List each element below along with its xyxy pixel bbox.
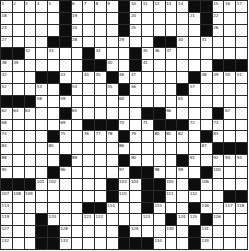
cell-16-18[interactable] [213, 191, 225, 203]
cell-2-4[interactable] [48, 25, 60, 37]
cell-7-17[interactable] [201, 84, 213, 96]
cell-1-18[interactable]: 22 [213, 13, 225, 25]
cell-2-15[interactable] [177, 25, 189, 37]
cell-16-3[interactable] [36, 191, 48, 203]
cell-10-16[interactable]: 72 [189, 120, 201, 132]
cell-13-17[interactable] [201, 155, 213, 167]
cell-1-3[interactable] [36, 13, 48, 25]
cell-11-3[interactable] [36, 131, 48, 143]
cell-9-14[interactable]: 66 [166, 108, 178, 120]
cell-12-8[interactable] [95, 143, 107, 155]
cell-11-19[interactable] [224, 131, 236, 143]
cell-1-19[interactable] [224, 13, 236, 25]
cell-9-4[interactable] [48, 108, 60, 120]
cell-2-14[interactable] [166, 25, 178, 37]
cell-11-6[interactable] [72, 131, 84, 143]
cell-13-12[interactable] [142, 155, 154, 167]
cell-17-14[interactable] [166, 203, 178, 215]
cell-0-12[interactable]: 11 [142, 1, 154, 13]
cell-20-8[interactable] [95, 238, 107, 250]
cell-9-20[interactable] [236, 108, 248, 120]
cell-12-9[interactable] [107, 143, 119, 155]
cell-10-6[interactable] [72, 120, 84, 132]
cell-17-17[interactable]: 116 [201, 203, 213, 215]
cell-18-8[interactable]: 122 [95, 214, 107, 226]
cell-9-9[interactable] [107, 108, 119, 120]
cell-3-16[interactable] [189, 37, 201, 49]
cell-20-1[interactable] [13, 238, 25, 250]
cell-2-19[interactable] [224, 25, 236, 37]
cell-1-9[interactable] [107, 13, 119, 25]
cell-7-11[interactable]: 56 [130, 84, 142, 96]
cell-19-5[interactable]: 128 [60, 226, 72, 238]
cell-17-4[interactable] [48, 203, 60, 215]
cell-6-8[interactable]: 45 [95, 72, 107, 84]
cell-5-3[interactable] [36, 60, 48, 72]
cell-7-4[interactable] [48, 84, 60, 96]
cell-14-19[interactable] [224, 167, 236, 179]
cell-20-18[interactable] [213, 238, 225, 250]
cell-0-14[interactable]: 13 [166, 1, 178, 13]
cell-18-10[interactable] [119, 214, 131, 226]
cell-10-12[interactable]: 71 [142, 120, 154, 132]
cell-17-13[interactable]: 115 [154, 203, 166, 215]
cell-12-2[interactable] [25, 143, 37, 155]
cell-16-11[interactable] [130, 191, 142, 203]
cell-14-9[interactable] [107, 167, 119, 179]
cell-19-1[interactable] [13, 226, 25, 238]
cell-20-5[interactable]: 133 [60, 238, 72, 250]
cell-5-2[interactable] [25, 60, 37, 72]
cell-5-13[interactable] [154, 60, 166, 72]
cell-5-5[interactable] [60, 60, 72, 72]
cell-3-1[interactable] [13, 37, 25, 49]
cell-19-18[interactable] [213, 226, 225, 238]
cell-1-2[interactable] [25, 13, 37, 25]
cell-12-12[interactable] [142, 143, 154, 155]
cell-7-14[interactable] [166, 84, 178, 96]
cell-10-1[interactable] [13, 120, 25, 132]
cell-20-2[interactable] [25, 238, 37, 250]
cell-7-1[interactable] [13, 84, 25, 96]
cell-1-0[interactable]: 18 [1, 13, 13, 25]
cell-3-12[interactable] [142, 37, 154, 49]
cell-19-15[interactable] [177, 226, 189, 238]
cell-20-13[interactable]: 134 [154, 238, 166, 250]
cell-6-13[interactable] [154, 72, 166, 84]
cell-11-5[interactable]: 75 [60, 131, 72, 143]
cell-18-19[interactable] [224, 214, 236, 226]
cell-20-14[interactable] [166, 238, 178, 250]
cell-19-17[interactable]: 131 [201, 226, 213, 238]
cell-11-14[interactable]: 81 [166, 131, 178, 143]
cell-8-18[interactable] [213, 96, 225, 108]
cell-9-7[interactable] [83, 108, 95, 120]
cell-9-16[interactable] [189, 108, 201, 120]
cell-8-3[interactable]: 58 [36, 96, 48, 108]
cell-4-20[interactable] [236, 48, 248, 60]
cell-0-1[interactable]: 2 [13, 1, 25, 13]
cell-12-0[interactable]: 84 [1, 143, 13, 155]
cell-2-11[interactable]: 25 [130, 25, 142, 37]
cell-9-17[interactable] [201, 108, 213, 120]
cell-10-20[interactable] [236, 120, 248, 132]
cell-3-15[interactable]: 30 [177, 37, 189, 49]
cell-8-7[interactable] [83, 96, 95, 108]
cell-3-9[interactable] [107, 37, 119, 49]
cell-1-12[interactable] [142, 13, 154, 25]
cell-11-15[interactable]: 82 [177, 131, 189, 143]
cell-12-1[interactable] [13, 143, 25, 155]
cell-7-8[interactable] [95, 84, 107, 96]
cell-19-11[interactable]: 129 [130, 226, 142, 238]
cell-12-3[interactable] [36, 143, 48, 155]
cell-11-13[interactable]: 80 [154, 131, 166, 143]
cell-16-10[interactable]: 110 [119, 191, 131, 203]
cell-4-16[interactable] [189, 48, 201, 60]
cell-3-19[interactable] [224, 37, 236, 49]
cell-13-2[interactable] [25, 155, 37, 167]
cell-14-15[interactable]: 99 [177, 167, 189, 179]
cell-0-15[interactable]: 14 [177, 1, 189, 13]
cell-14-5[interactable]: 96 [60, 167, 72, 179]
cell-14-0[interactable]: 95 [1, 167, 13, 179]
cell-11-11[interactable]: 79 [130, 131, 142, 143]
cell-12-7[interactable] [83, 143, 95, 155]
cell-1-6[interactable]: 19 [72, 13, 84, 25]
cell-5-16[interactable] [189, 60, 201, 72]
cell-10-2[interactable] [25, 120, 37, 132]
cell-3-6[interactable]: 28 [72, 37, 84, 49]
cell-17-20[interactable]: 118 [236, 203, 248, 215]
cell-15-11[interactable]: 104 [130, 179, 142, 191]
cell-6-0[interactable]: 42 [1, 72, 13, 84]
cell-5-10[interactable] [119, 60, 131, 72]
cell-15-20[interactable] [236, 179, 248, 191]
cell-15-19[interactable] [224, 179, 236, 191]
cell-15-7[interactable] [83, 179, 95, 191]
cell-13-0[interactable]: 88 [1, 155, 13, 167]
cell-17-6[interactable] [72, 203, 84, 215]
cell-11-12[interactable] [142, 131, 154, 143]
cell-4-19[interactable] [224, 48, 236, 60]
cell-4-13[interactable]: 36 [154, 48, 166, 60]
cell-11-7[interactable]: 76 [83, 131, 95, 143]
cell-3-10[interactable]: 29 [119, 37, 131, 49]
cell-15-15[interactable] [177, 179, 189, 191]
cell-6-12[interactable] [142, 72, 154, 84]
cell-9-6[interactable]: 65 [72, 108, 84, 120]
cell-9-0[interactable]: 62 [1, 108, 13, 120]
cell-10-5[interactable]: 69 [60, 120, 72, 132]
cell-5-17[interactable] [201, 60, 213, 72]
cell-8-15[interactable]: 61 [177, 96, 189, 108]
cell-5-1[interactable]: 39 [13, 60, 25, 72]
cell-4-9[interactable] [107, 48, 119, 60]
cell-3-11[interactable] [130, 37, 142, 49]
cell-7-13[interactable] [154, 84, 166, 96]
cell-14-20[interactable] [236, 167, 248, 179]
cell-19-9[interactable] [107, 226, 119, 238]
cell-12-15[interactable] [177, 143, 189, 155]
cell-12-13[interactable] [154, 143, 166, 155]
cell-15-3[interactable]: 101 [36, 179, 48, 191]
cell-8-16[interactable] [189, 96, 201, 108]
cell-17-15[interactable] [177, 203, 189, 215]
cell-18-2[interactable] [25, 214, 37, 226]
cell-3-2[interactable] [25, 37, 37, 49]
cell-11-8[interactable]: 77 [95, 131, 107, 143]
cell-13-11[interactable]: 90 [130, 155, 142, 167]
cell-18-4[interactable]: 120 [48, 214, 60, 226]
cell-9-8[interactable] [95, 108, 107, 120]
cell-6-1[interactable] [13, 72, 25, 84]
cell-15-18[interactable] [213, 179, 225, 191]
cell-6-20[interactable]: 51 [236, 72, 248, 84]
cell-14-10[interactable]: 97 [119, 167, 131, 179]
cell-16-6[interactable] [72, 191, 84, 203]
cell-0-20[interactable]: 17 [236, 1, 248, 13]
cell-0-8[interactable]: 8 [95, 1, 107, 13]
cell-7-7[interactable] [83, 84, 95, 96]
cell-15-14[interactable]: 105 [166, 179, 178, 191]
cell-20-17[interactable]: 135 [201, 238, 213, 250]
cell-14-6[interactable] [72, 167, 84, 179]
cell-6-6[interactable] [72, 72, 84, 84]
cell-6-17[interactable]: 48 [201, 72, 213, 84]
cell-0-3[interactable]: 4 [36, 1, 48, 13]
cell-1-13[interactable] [154, 13, 166, 25]
cell-13-13[interactable] [154, 155, 166, 167]
cell-13-9[interactable] [107, 155, 119, 167]
cell-17-2[interactable] [25, 203, 37, 215]
cell-18-12[interactable]: 123 [142, 214, 154, 226]
cell-6-7[interactable]: 44 [83, 72, 95, 84]
cell-9-1[interactable]: 63 [13, 108, 25, 120]
cell-16-16[interactable]: 112 [189, 191, 201, 203]
cell-1-8[interactable] [95, 13, 107, 25]
cell-2-18[interactable]: 26 [213, 25, 225, 37]
cell-11-2[interactable] [25, 131, 37, 143]
cell-6-10[interactable]: 46 [119, 72, 131, 84]
cell-16-15[interactable] [177, 191, 189, 203]
cell-14-13[interactable]: 98 [154, 167, 166, 179]
cell-18-15[interactable]: 124 [177, 214, 189, 226]
cell-11-1[interactable] [13, 131, 25, 143]
cell-2-12[interactable] [142, 25, 154, 37]
cell-10-11[interactable] [130, 120, 142, 132]
cell-6-19[interactable]: 50 [224, 72, 236, 84]
cell-16-4[interactable] [48, 191, 60, 203]
cell-0-0[interactable]: 1 [1, 1, 13, 13]
cell-17-11[interactable] [130, 203, 142, 215]
cell-15-5[interactable] [60, 179, 72, 191]
cell-17-3[interactable] [36, 203, 48, 215]
cell-19-2[interactable] [25, 226, 37, 238]
cell-19-20[interactable] [236, 226, 248, 238]
cell-8-6[interactable] [72, 96, 84, 108]
cell-8-12[interactable] [142, 96, 154, 108]
cell-2-16[interactable] [189, 25, 201, 37]
cell-1-20[interactable] [236, 13, 248, 25]
cell-18-18[interactable]: 126 [213, 214, 225, 226]
cell-18-11[interactable] [130, 214, 142, 226]
cell-20-9[interactable] [107, 238, 119, 250]
cell-14-18[interactable]: 100 [213, 167, 225, 179]
cell-3-3[interactable] [36, 37, 48, 49]
cell-1-4[interactable] [48, 13, 60, 25]
cell-8-9[interactable] [107, 96, 119, 108]
cell-9-10[interactable] [119, 108, 131, 120]
cell-8-4[interactable] [48, 96, 60, 108]
cell-0-4[interactable]: 5 [48, 1, 60, 13]
cell-8-5[interactable]: 59 [60, 96, 72, 108]
cell-16-17[interactable] [201, 191, 213, 203]
cell-5-6[interactable] [72, 60, 84, 72]
cell-10-19[interactable] [224, 120, 236, 132]
cell-20-6[interactable] [72, 238, 84, 250]
cell-11-18[interactable]: 83 [213, 131, 225, 143]
cell-7-3[interactable]: 53 [36, 84, 48, 96]
cell-12-11[interactable] [130, 143, 142, 155]
cell-8-8[interactable] [95, 96, 107, 108]
cell-7-19[interactable] [224, 84, 236, 96]
cell-14-1[interactable] [13, 167, 25, 179]
cell-19-7[interactable] [83, 226, 95, 238]
cell-1-11[interactable]: 20 [130, 13, 142, 25]
cell-11-0[interactable]: 74 [1, 131, 13, 143]
cell-12-4[interactable]: 85 [48, 143, 60, 155]
cell-2-1[interactable] [13, 25, 25, 37]
cell-8-17[interactable] [201, 96, 213, 108]
cell-4-2[interactable]: 32 [25, 48, 37, 60]
cell-1-14[interactable] [166, 13, 178, 25]
cell-7-9[interactable]: 55 [107, 84, 119, 96]
cell-11-20[interactable] [236, 131, 248, 143]
cell-9-3[interactable] [36, 108, 48, 120]
cell-13-19[interactable]: 93 [224, 155, 236, 167]
cell-3-7[interactable] [83, 37, 95, 49]
cell-4-14[interactable]: 37 [166, 48, 178, 60]
cell-6-18[interactable]: 49 [213, 72, 225, 84]
cell-7-20[interactable] [236, 84, 248, 96]
cell-1-16[interactable]: 21 [189, 13, 201, 25]
cell-12-14[interactable] [166, 143, 178, 155]
cell-2-2[interactable] [25, 25, 37, 37]
cell-12-6[interactable] [72, 143, 84, 155]
cell-0-11[interactable]: 10 [130, 1, 142, 13]
cell-0-6[interactable]: 6 [72, 1, 84, 13]
cell-4-4[interactable]: 33 [48, 48, 60, 60]
cell-17-0[interactable]: 113 [1, 203, 13, 215]
cell-20-7[interactable] [83, 238, 95, 250]
cell-8-13[interactable] [154, 96, 166, 108]
cell-13-18[interactable]: 92 [213, 155, 225, 167]
cell-2-8[interactable] [95, 25, 107, 37]
cell-4-3[interactable] [36, 48, 48, 60]
cell-10-0[interactable]: 68 [1, 120, 13, 132]
cell-20-15[interactable] [177, 238, 189, 250]
cell-18-16[interactable]: 125 [189, 214, 201, 226]
cell-16-0[interactable]: 107 [1, 191, 13, 203]
cell-17-9[interactable]: 114 [107, 203, 119, 215]
cell-19-19[interactable] [224, 226, 236, 238]
cell-10-10[interactable]: 70 [119, 120, 131, 132]
cell-10-18[interactable]: 73 [213, 120, 225, 132]
cell-7-12[interactable] [142, 84, 154, 96]
cell-6-15[interactable] [177, 72, 189, 84]
cell-5-9[interactable]: 40 [107, 60, 119, 72]
cell-8-11[interactable] [130, 96, 142, 108]
cell-17-1[interactable] [13, 203, 25, 215]
cell-14-2[interactable] [25, 167, 37, 179]
cell-9-2[interactable]: 64 [25, 108, 37, 120]
cell-12-10[interactable]: 86 [119, 143, 131, 155]
cell-2-9[interactable] [107, 25, 119, 37]
cell-5-12[interactable]: 41 [142, 60, 154, 72]
cell-19-14[interactable]: 130 [166, 226, 178, 238]
cell-16-14[interactable]: 111 [166, 191, 178, 203]
cell-3-0[interactable]: 27 [1, 37, 13, 49]
cell-15-8[interactable] [95, 179, 107, 191]
cell-9-11[interactable] [130, 108, 142, 120]
cell-10-17[interactable] [201, 120, 213, 132]
cell-2-6[interactable]: 24 [72, 25, 84, 37]
cell-19-13[interactable] [154, 226, 166, 238]
cell-14-16[interactable] [189, 167, 201, 179]
cell-0-9[interactable]: 9 [107, 1, 119, 13]
cell-2-3[interactable] [36, 25, 48, 37]
cell-10-4[interactable] [48, 120, 60, 132]
cell-19-6[interactable] [72, 226, 84, 238]
cell-11-9[interactable]: 78 [107, 131, 119, 143]
cell-14-14[interactable] [166, 167, 178, 179]
cell-3-8[interactable] [95, 37, 107, 49]
cell-13-6[interactable]: 89 [72, 155, 84, 167]
cell-20-0[interactable]: 132 [1, 238, 13, 250]
cell-17-5[interactable] [60, 203, 72, 215]
cell-0-19[interactable]: 16 [224, 1, 236, 13]
cell-14-7[interactable] [83, 167, 95, 179]
cell-4-15[interactable] [177, 48, 189, 60]
cell-0-18[interactable]: 15 [213, 1, 225, 13]
cell-13-1[interactable] [13, 155, 25, 167]
cell-18-5[interactable] [60, 214, 72, 226]
cell-20-20[interactable] [236, 238, 248, 250]
cell-18-13[interactable] [154, 214, 166, 226]
cell-4-18[interactable] [213, 48, 225, 60]
cell-8-14[interactable] [166, 96, 178, 108]
cell-7-0[interactable]: 52 [1, 84, 13, 96]
cell-20-19[interactable] [224, 238, 236, 250]
cell-2-7[interactable] [83, 25, 95, 37]
cell-3-18[interactable] [213, 37, 225, 49]
cell-19-8[interactable] [95, 226, 107, 238]
cell-6-2[interactable] [25, 72, 37, 84]
cell-5-4[interactable] [48, 60, 60, 72]
cell-12-5[interactable] [60, 143, 72, 155]
cell-14-3[interactable] [36, 167, 48, 179]
cell-18-7[interactable]: 121 [83, 214, 95, 226]
cell-3-17[interactable]: 31 [201, 37, 213, 49]
cell-1-15[interactable] [177, 13, 189, 25]
cell-16-2[interactable]: 109 [25, 191, 37, 203]
cell-4-8[interactable]: 34 [95, 48, 107, 60]
cell-15-6[interactable] [72, 179, 84, 191]
cell-15-17[interactable]: 106 [201, 179, 213, 191]
cell-16-1[interactable]: 108 [13, 191, 25, 203]
cell-9-15[interactable] [177, 108, 189, 120]
